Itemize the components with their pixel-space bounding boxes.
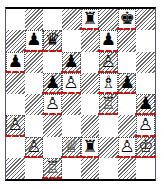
square-e4[interactable] (81, 94, 100, 115)
black-pawn-piece: ♟ (26, 31, 41, 48)
square-a8[interactable] (6, 9, 25, 30)
square-b6[interactable] (25, 52, 44, 73)
board-frame: ♜♚♟♛♟♟♟♙♟♙♗♟♙♖♟♙♙♙♕♜♙♔♖ (5, 7, 156, 181)
chess-board: ♜♚♟♛♟♟♟♙♟♙♗♟♙♖♟♙♙♙♕♜♙♔♖ (6, 9, 155, 179)
square-h1[interactable] (136, 158, 155, 179)
white-rook-piece: ♖ (45, 159, 60, 176)
square-e6[interactable] (81, 52, 100, 73)
square-h7[interactable] (136, 30, 155, 51)
square-f2[interactable] (99, 137, 118, 158)
square-c6[interactable] (43, 52, 62, 73)
white-pawn-piece: ♙ (45, 95, 60, 112)
square-f8[interactable] (99, 9, 118, 30)
square-a7[interactable] (6, 30, 25, 51)
square-b5[interactable] (25, 73, 44, 94)
square-c5[interactable]: ♟ (43, 73, 62, 94)
square-h6[interactable] (136, 52, 155, 73)
square-h8[interactable] (136, 9, 155, 30)
square-h5[interactable] (136, 73, 155, 94)
square-a1[interactable] (6, 158, 25, 179)
square-f4[interactable]: ♖ (99, 94, 118, 115)
square-d8[interactable] (62, 9, 81, 30)
black-pawn-piece: ♟ (138, 95, 153, 112)
square-c4[interactable]: ♙ (43, 94, 62, 115)
square-d2[interactable]: ♕ (62, 137, 81, 158)
square-f3[interactable] (99, 115, 118, 136)
square-e3[interactable] (81, 115, 100, 136)
square-g2[interactable]: ♙ (118, 137, 137, 158)
square-g4[interactable] (118, 94, 137, 115)
square-e5[interactable] (81, 73, 100, 94)
black-pawn-piece: ♟ (101, 31, 116, 48)
square-d1[interactable] (62, 158, 81, 179)
square-b2[interactable]: ♙ (25, 137, 44, 158)
chess-diagram-page: { "game": "chess", "position": { "fen": … (0, 0, 164, 189)
square-h3[interactable]: ♙ (136, 115, 155, 136)
square-a6[interactable]: ♟ (6, 52, 25, 73)
square-c2[interactable] (43, 137, 62, 158)
square-a4[interactable] (6, 94, 25, 115)
square-b7[interactable]: ♟ (25, 30, 44, 51)
square-f7[interactable]: ♟ (99, 30, 118, 51)
square-b4[interactable] (25, 94, 44, 115)
square-g6[interactable] (118, 52, 137, 73)
white-rook-piece: ♖ (101, 95, 116, 112)
black-rook-piece: ♜ (82, 138, 97, 155)
square-b1[interactable] (25, 158, 44, 179)
square-e1[interactable] (81, 158, 100, 179)
white-pawn-piece: ♙ (64, 74, 79, 91)
white-queen-piece: ♕ (64, 138, 79, 155)
white-king-piece: ♔ (138, 138, 153, 155)
square-f1[interactable] (99, 158, 118, 179)
black-rook-piece: ♜ (82, 10, 97, 27)
square-d3[interactable] (62, 115, 81, 136)
square-c1[interactable]: ♖ (43, 158, 62, 179)
white-pawn-piece: ♙ (101, 53, 116, 70)
square-g3[interactable] (118, 115, 137, 136)
black-pawn-piece: ♟ (64, 53, 79, 70)
square-c8[interactable] (43, 9, 62, 30)
square-a5[interactable] (6, 73, 25, 94)
square-b8[interactable] (25, 9, 44, 30)
square-c7[interactable]: ♛ (43, 30, 62, 51)
black-pawn-piece: ♟ (119, 74, 134, 91)
square-g1[interactable] (118, 158, 137, 179)
white-pawn-piece: ♙ (26, 138, 41, 155)
white-pawn-piece: ♙ (8, 116, 23, 133)
white-pawn-piece: ♙ (138, 116, 153, 133)
square-d6[interactable]: ♟ (62, 52, 81, 73)
black-king-piece: ♚ (119, 10, 134, 27)
white-pawn-piece: ♙ (119, 138, 134, 155)
square-e2[interactable]: ♜ (81, 137, 100, 158)
black-pawn-piece: ♟ (45, 74, 60, 91)
square-e8[interactable]: ♜ (81, 9, 100, 30)
square-d7[interactable] (62, 30, 81, 51)
black-pawn-piece: ♟ (8, 53, 23, 70)
square-a2[interactable] (6, 137, 25, 158)
square-e7[interactable] (81, 30, 100, 51)
square-c3[interactable] (43, 115, 62, 136)
white-bishop-piece: ♗ (101, 74, 116, 91)
square-g8[interactable]: ♚ (118, 9, 137, 30)
square-h4[interactable]: ♟ (136, 94, 155, 115)
black-queen-piece: ♛ (45, 31, 60, 48)
square-b3[interactable] (25, 115, 44, 136)
square-g5[interactable]: ♟ (118, 73, 137, 94)
square-d5[interactable]: ♙ (62, 73, 81, 94)
square-g7[interactable] (118, 30, 137, 51)
square-h2[interactable]: ♔ (136, 137, 155, 158)
square-f5[interactable]: ♗ (99, 73, 118, 94)
square-d4[interactable] (62, 94, 81, 115)
square-a3[interactable]: ♙ (6, 115, 25, 136)
square-f6[interactable]: ♙ (99, 52, 118, 73)
